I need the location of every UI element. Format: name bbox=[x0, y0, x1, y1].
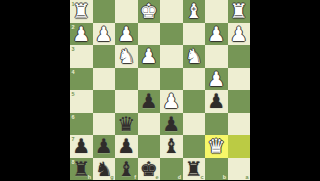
white-pawn-g2[interactable]: ♟ bbox=[93, 23, 116, 46]
rank-label-5: 5 bbox=[72, 91, 75, 97]
square-f2[interactable]: ♟ bbox=[115, 23, 138, 46]
square-c4[interactable] bbox=[183, 68, 206, 91]
white-rook-a1[interactable]: ♜ bbox=[228, 0, 251, 23]
square-h8[interactable]: 8h♜ bbox=[70, 158, 93, 181]
square-b6[interactable] bbox=[205, 113, 228, 136]
black-rook-h8[interactable]: ♜ bbox=[70, 158, 93, 181]
square-c7[interactable] bbox=[183, 135, 206, 158]
white-king-e1[interactable]: ♚ bbox=[138, 0, 161, 23]
square-d8[interactable]: d bbox=[160, 158, 183, 181]
square-b3[interactable] bbox=[205, 45, 228, 68]
square-a3[interactable] bbox=[228, 45, 251, 68]
square-e1[interactable]: ♚ bbox=[138, 0, 161, 23]
square-d3[interactable] bbox=[160, 45, 183, 68]
square-d6[interactable]: ♟ bbox=[160, 113, 183, 136]
square-a6[interactable] bbox=[228, 113, 251, 136]
square-h6[interactable]: 6 bbox=[70, 113, 93, 136]
black-pawn-b5[interactable]: ♟ bbox=[205, 90, 228, 113]
black-pawn-g7[interactable]: ♟ bbox=[93, 135, 116, 158]
square-d5[interactable]: ♟ bbox=[160, 90, 183, 113]
square-c5[interactable] bbox=[183, 90, 206, 113]
square-f3[interactable]: ♞ bbox=[115, 45, 138, 68]
black-pawn-h7[interactable]: ♟ bbox=[70, 135, 93, 158]
square-b5[interactable]: ♟ bbox=[205, 90, 228, 113]
square-d4[interactable] bbox=[160, 68, 183, 91]
white-bishop-c1[interactable]: ♝ bbox=[183, 0, 206, 23]
rank-label-4: 4 bbox=[72, 69, 75, 75]
square-c6[interactable] bbox=[183, 113, 206, 136]
black-rook-c8[interactable]: ♜ bbox=[183, 158, 206, 181]
white-queen-b7[interactable]: ♛ bbox=[205, 135, 228, 158]
square-g5[interactable] bbox=[93, 90, 116, 113]
white-pawn-f2[interactable]: ♟ bbox=[115, 23, 138, 46]
square-a7[interactable] bbox=[228, 135, 251, 158]
square-c8[interactable]: c♜ bbox=[183, 158, 206, 181]
white-knight-f3[interactable]: ♞ bbox=[115, 45, 138, 68]
square-f7[interactable]: ♟ bbox=[115, 135, 138, 158]
square-e2[interactable] bbox=[138, 23, 161, 46]
black-knight-g8[interactable]: ♞ bbox=[93, 158, 116, 181]
square-h7[interactable]: 7♟ bbox=[70, 135, 93, 158]
square-f1[interactable] bbox=[115, 0, 138, 23]
square-b7[interactable]: ♛ bbox=[205, 135, 228, 158]
square-f8[interactable]: f♝ bbox=[115, 158, 138, 181]
square-g7[interactable]: ♟ bbox=[93, 135, 116, 158]
square-h1[interactable]: 1♜ bbox=[70, 0, 93, 23]
file-label-a: a bbox=[245, 174, 248, 180]
black-king-e8[interactable]: ♚ bbox=[138, 158, 161, 181]
chess-board: 1♜♚♝♜2♟♟♟♟♟3♞♟♞4♟5♟♟♟6♛♟7♟♟♟♝♛8h♜g♞f♝e♚d… bbox=[70, 0, 250, 180]
black-queen-f6[interactable]: ♛ bbox=[115, 113, 138, 136]
square-e3[interactable]: ♟ bbox=[138, 45, 161, 68]
rank-label-6: 6 bbox=[72, 114, 75, 120]
square-b2[interactable]: ♟ bbox=[205, 23, 228, 46]
square-h3[interactable]: 3 bbox=[70, 45, 93, 68]
white-rook-h1[interactable]: ♜ bbox=[70, 0, 93, 23]
square-d7[interactable]: ♝ bbox=[160, 135, 183, 158]
black-bishop-f8[interactable]: ♝ bbox=[115, 158, 138, 181]
square-h4[interactable]: 4 bbox=[70, 68, 93, 91]
square-f6[interactable]: ♛ bbox=[115, 113, 138, 136]
white-knight-c3[interactable]: ♞ bbox=[183, 45, 206, 68]
file-label-b: b bbox=[223, 174, 226, 180]
white-pawn-b4[interactable]: ♟ bbox=[205, 68, 228, 91]
square-e8[interactable]: e♚ bbox=[138, 158, 161, 181]
square-f5[interactable] bbox=[115, 90, 138, 113]
white-pawn-d5[interactable]: ♟ bbox=[160, 90, 183, 113]
square-b8[interactable]: b bbox=[205, 158, 228, 181]
file-label-d: d bbox=[178, 174, 181, 180]
black-pawn-f7[interactable]: ♟ bbox=[115, 135, 138, 158]
square-h5[interactable]: 5 bbox=[70, 90, 93, 113]
square-a8[interactable]: a bbox=[228, 158, 251, 181]
rank-label-3: 3 bbox=[72, 46, 75, 52]
square-g3[interactable] bbox=[93, 45, 116, 68]
white-pawn-b2[interactable]: ♟ bbox=[205, 23, 228, 46]
letterbox-left bbox=[0, 0, 70, 180]
black-pawn-d6[interactable]: ♟ bbox=[160, 113, 183, 136]
black-pawn-e5[interactable]: ♟ bbox=[138, 90, 161, 113]
square-a1[interactable]: ♜ bbox=[228, 0, 251, 23]
square-g6[interactable] bbox=[93, 113, 116, 136]
square-a4[interactable] bbox=[228, 68, 251, 91]
square-b1[interactable] bbox=[205, 0, 228, 23]
square-e5[interactable]: ♟ bbox=[138, 90, 161, 113]
white-pawn-e3[interactable]: ♟ bbox=[138, 45, 161, 68]
square-h2[interactable]: 2♟ bbox=[70, 23, 93, 46]
square-c1[interactable]: ♝ bbox=[183, 0, 206, 23]
square-d2[interactable] bbox=[160, 23, 183, 46]
black-bishop-d7[interactable]: ♝ bbox=[160, 135, 183, 158]
letterbox-right bbox=[250, 0, 320, 180]
square-e4[interactable] bbox=[138, 68, 161, 91]
square-e7[interactable] bbox=[138, 135, 161, 158]
square-g8[interactable]: g♞ bbox=[93, 158, 116, 181]
white-pawn-h2[interactable]: ♟ bbox=[70, 23, 93, 46]
square-f4[interactable] bbox=[115, 68, 138, 91]
square-c3[interactable]: ♞ bbox=[183, 45, 206, 68]
white-pawn-a2[interactable]: ♟ bbox=[228, 23, 251, 46]
square-d1[interactable] bbox=[160, 0, 183, 23]
square-c2[interactable] bbox=[183, 23, 206, 46]
square-b4[interactable]: ♟ bbox=[205, 68, 228, 91]
square-g1[interactable] bbox=[93, 0, 116, 23]
square-g4[interactable] bbox=[93, 68, 116, 91]
square-a5[interactable] bbox=[228, 90, 251, 113]
square-g2[interactable]: ♟ bbox=[93, 23, 116, 46]
square-e6[interactable] bbox=[138, 113, 161, 136]
square-a2[interactable]: ♟ bbox=[228, 23, 251, 46]
